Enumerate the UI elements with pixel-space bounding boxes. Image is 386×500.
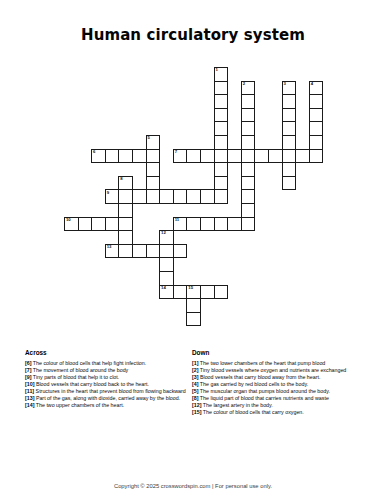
cell-r13-c7[interactable] [159, 244, 174, 259]
cell-r14-c7[interactable] [159, 257, 174, 272]
cell-r9-c4[interactable] [118, 189, 133, 204]
cell-r11-c3[interactable] [105, 217, 120, 232]
puzzle-title: Human circulatory system [0, 26, 386, 44]
clue-down-2: [2] Tiny blood vessels where oxygen and … [192, 367, 364, 374]
cell-r11-c11[interactable] [214, 217, 229, 232]
cell-r4-c16[interactable] [282, 121, 297, 136]
down-clues-section: Down [1] The two lower chambers of the h… [192, 349, 364, 416]
cell-r18-c9[interactable] [186, 312, 201, 327]
clue-across-10: [10] Blood vessels that carry blood back… [25, 381, 189, 388]
cell-r1-c16[interactable]: 3 [282, 81, 297, 96]
clue-text: The colour of blood cells that carry oxy… [201, 409, 303, 415]
cell-r11-c2[interactable] [91, 217, 106, 232]
clue-number: [12] [192, 402, 201, 408]
clue-down-4: [4] The gas carried by red blood cells t… [192, 381, 364, 388]
cell-r8-c4[interactable]: 8 [118, 176, 133, 191]
cell-r10-c13[interactable] [241, 203, 256, 218]
cell-r9-c10[interactable] [200, 189, 215, 204]
clue-text: The largest artery in the body. [201, 402, 272, 408]
puzzle-page: Human circulatory system 123456789101112… [0, 0, 386, 500]
cell-r8-c16[interactable] [282, 176, 297, 191]
clue-number: [11] [25, 388, 34, 394]
clue-text: The movement of blood around the body [31, 367, 128, 373]
cell-r9-c11[interactable] [214, 189, 229, 204]
cell-r5-c18[interactable] [309, 135, 324, 150]
across-clues-section: Across [6] The colour of blood cells tha… [25, 349, 189, 409]
cell-r9-c5[interactable] [132, 189, 147, 204]
cell-r8-c11[interactable] [214, 176, 229, 191]
clue-number: [14] [25, 402, 34, 408]
cell-r4-c13[interactable] [241, 121, 256, 136]
cell-r1-c11[interactable] [214, 81, 229, 96]
cell-r6-c3[interactable] [105, 149, 120, 164]
cell-r6-c15[interactable] [268, 149, 283, 164]
cell-r9-c7[interactable] [159, 189, 174, 204]
clue-across-9: [9] Tiny parts of blood that help it to … [25, 374, 189, 381]
cell-r6-c10[interactable] [200, 149, 215, 164]
clue-text: Tiny parts of blood that help it to clot… [31, 374, 119, 380]
cell-r16-c8[interactable] [173, 285, 188, 300]
clue-across-11: [11] Structures in the heart that preven… [25, 388, 189, 395]
clue-across-13: [13] Part of the gas, along with dioxide… [25, 395, 189, 402]
clue-text: Tiny blood vessels where oxygen and nutr… [198, 367, 346, 373]
cell-r3-c16[interactable] [282, 108, 297, 123]
cell-r13-c3[interactable]: 13 [105, 244, 120, 259]
cell-number: 8 [120, 177, 122, 181]
clue-across-7: [7] The movement of blood around the bod… [25, 367, 189, 374]
cell-r6-c4[interactable] [118, 149, 133, 164]
cell-r9-c8[interactable] [173, 189, 188, 204]
cell-r6-c13[interactable] [241, 149, 256, 164]
cell-r6-c14[interactable] [254, 149, 269, 164]
crossword-grid: 123456789101112131415 [64, 67, 323, 326]
cell-r6-c2[interactable]: 6 [91, 149, 106, 164]
footer-copyright: Copyright © 2025 crosswordspin.com | For… [0, 483, 386, 489]
cell-r11-c12[interactable] [227, 217, 242, 232]
cell-number: 2 [243, 82, 245, 86]
cell-r17-c9[interactable] [186, 298, 201, 313]
cell-r1-c18[interactable]: 4 [309, 81, 324, 96]
cell-r5-c13[interactable] [241, 135, 256, 150]
cell-r6-c5[interactable] [132, 149, 147, 164]
cell-r9-c13[interactable] [241, 189, 256, 204]
clue-number: [10] [25, 381, 34, 387]
cell-r2-c11[interactable] [214, 94, 229, 109]
clue-across-6: [6] The colour of blood cells that help … [25, 360, 189, 367]
cell-number: 10 [66, 218, 71, 222]
down-clue-list: [1] The two lower chambers of the heart … [192, 360, 364, 416]
cell-r13-c8[interactable] [173, 244, 188, 259]
cell-r0-c11[interactable]: 1 [214, 67, 229, 82]
cell-r10-c4[interactable] [118, 203, 133, 218]
cell-number: 14 [161, 286, 166, 290]
clue-text: The two upper chambers of the heart. [34, 402, 124, 408]
cell-r7-c16[interactable] [282, 162, 297, 177]
cell-r6-c18[interactable] [309, 149, 324, 164]
cell-number: 13 [107, 245, 112, 249]
clue-down-12: [12] The largest artery in the body. [192, 402, 364, 409]
cell-r16-c11[interactable] [214, 285, 229, 300]
cell-number: 6 [93, 150, 95, 154]
cell-r11-c13[interactable] [241, 217, 256, 232]
cell-r9-c3[interactable]: 9 [105, 189, 120, 204]
cell-r7-c6[interactable] [146, 162, 161, 177]
cell-r6-c12[interactable] [227, 149, 242, 164]
cell-r16-c7[interactable]: 14 [159, 285, 174, 300]
cell-r6-c11[interactable] [214, 149, 229, 164]
cell-r3-c18[interactable] [309, 108, 324, 123]
cell-r2-c16[interactable] [282, 94, 297, 109]
clue-text: The muscular organ that pumps blood arou… [198, 388, 329, 394]
cell-r5-c6[interactable]: 5 [146, 135, 161, 150]
cell-number: 7 [175, 150, 177, 154]
cell-r6-c9[interactable] [186, 149, 201, 164]
cell-r6-c16[interactable] [282, 149, 297, 164]
cell-r7-c13[interactable] [241, 162, 256, 177]
clue-down-1: [1] The two lower chambers of the heart … [192, 360, 364, 367]
cell-r12-c7[interactable]: 12 [159, 230, 174, 245]
cell-r6-c17[interactable] [295, 149, 310, 164]
cell-r11-c8[interactable]: 11 [173, 217, 188, 232]
clue-number: [15] [192, 409, 201, 415]
cell-r5-c11[interactable] [214, 135, 229, 150]
cell-number: 4 [311, 82, 313, 86]
clue-down-3: [3] Blood vessels that carry blood away … [192, 374, 364, 381]
cell-r13-c6[interactable] [146, 244, 161, 259]
cell-number: 12 [161, 231, 166, 235]
cell-r4-c11[interactable] [214, 121, 229, 136]
across-clue-list: [6] The colour of blood cells that help … [25, 360, 189, 409]
clue-text: The liquid part of blood that carries nu… [198, 395, 328, 401]
cell-number: 1 [215, 68, 217, 72]
cell-r6-c8[interactable]: 7 [173, 149, 188, 164]
cell-r16-c9[interactable]: 15 [186, 285, 201, 300]
cell-r11-c9[interactable] [186, 217, 201, 232]
cell-number: 11 [175, 218, 180, 222]
cell-r9-c9[interactable] [186, 189, 201, 204]
cell-r8-c13[interactable] [241, 176, 256, 191]
cell-r1-c13[interactable]: 2 [241, 81, 256, 96]
clue-text: The two lower chambers of the heart that… [198, 360, 325, 366]
clue-text: The colour of blood cells that help figh… [31, 360, 146, 366]
clue-down-5: [5] The muscular organ that pumps blood … [192, 388, 364, 395]
cell-r7-c11[interactable] [214, 162, 229, 177]
cell-number: 9 [107, 191, 109, 195]
cell-r3-c13[interactable] [241, 108, 256, 123]
clue-text: Blood vessels that carry blood back to t… [34, 381, 149, 387]
clue-down-15: [15] The colour of blood cells that carr… [192, 409, 364, 416]
cell-r11-c10[interactable] [200, 217, 215, 232]
cell-r2-c13[interactable] [241, 94, 256, 109]
cell-r6-c6[interactable] [146, 149, 161, 164]
cell-r3-c11[interactable] [214, 108, 229, 123]
cell-r11-c4[interactable] [118, 217, 133, 232]
cell-r11-c0[interactable]: 10 [64, 217, 79, 232]
cell-r13-c4[interactable] [118, 244, 133, 259]
clue-number: [13] [25, 395, 34, 401]
cell-r5-c16[interactable] [282, 135, 297, 150]
cell-r16-c10[interactable] [200, 285, 215, 300]
cell-r13-c5[interactable] [132, 244, 147, 259]
cell-r8-c6[interactable] [146, 176, 161, 191]
clue-text: Blood vessels that carry blood away from… [198, 374, 320, 380]
cell-number: 5 [147, 136, 149, 140]
clue-text: Structures in the heart that prevent blo… [34, 388, 186, 394]
cell-r4-c18[interactable] [309, 121, 324, 136]
cell-r15-c7[interactable] [159, 271, 174, 286]
clue-down-8: [8] The liquid part of blood that carrie… [192, 395, 364, 402]
cell-r11-c1[interactable] [78, 217, 93, 232]
across-header: Across [25, 349, 189, 356]
cell-number: 3 [283, 82, 285, 86]
down-header: Down [192, 349, 364, 356]
clue-text: The gas carried by red blood cells to th… [198, 381, 308, 387]
clue-text: Part of the gas, along with dioxide, car… [34, 395, 180, 401]
cell-r9-c6[interactable] [146, 189, 161, 204]
cell-r12-c4[interactable] [118, 230, 133, 245]
clue-across-14: [14] The two upper chambers of the heart… [25, 402, 189, 409]
cell-r2-c18[interactable] [309, 94, 324, 109]
cell-number: 15 [188, 286, 193, 290]
